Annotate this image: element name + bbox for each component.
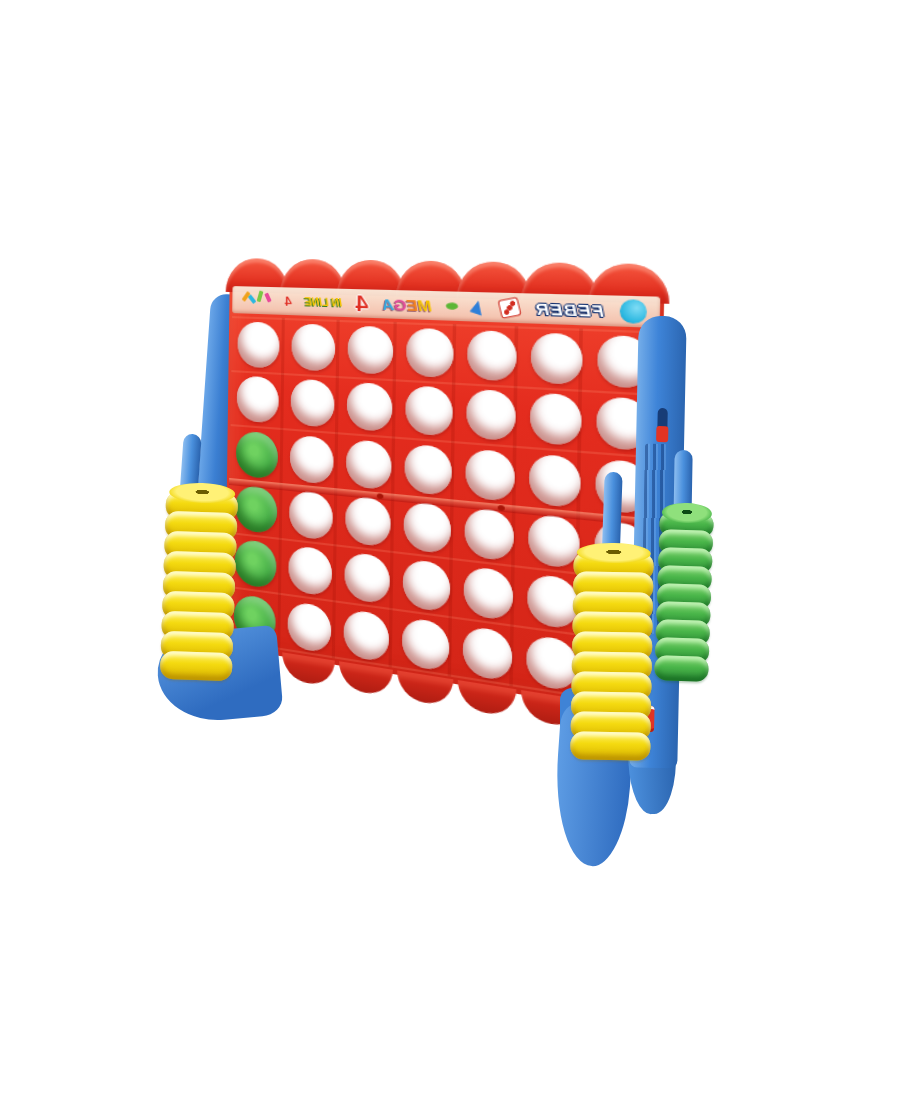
board-cell xyxy=(399,322,461,383)
board-cell xyxy=(459,383,523,447)
empty-hole xyxy=(287,377,339,429)
empty-hole xyxy=(460,507,519,561)
board-cell xyxy=(282,540,339,603)
empty-hole xyxy=(400,442,456,496)
empty-hole xyxy=(284,602,336,652)
board-cell xyxy=(458,442,522,507)
empty-hole xyxy=(342,438,396,491)
board-cell xyxy=(456,619,520,688)
empty-hole xyxy=(344,323,398,377)
empty-hole xyxy=(462,387,521,443)
empty-hole xyxy=(286,433,338,485)
board-cell xyxy=(284,429,341,490)
confetti-triangle-icon xyxy=(470,299,487,315)
release-slider-icon xyxy=(656,426,668,442)
board-cell xyxy=(231,370,285,428)
confetti-leaf-icon xyxy=(445,301,459,312)
empty-hole xyxy=(401,384,457,439)
board-cell xyxy=(522,387,589,452)
brand-text: FEBER xyxy=(535,299,604,320)
board-cell xyxy=(338,546,397,610)
board-cell xyxy=(231,316,285,373)
empty-hole xyxy=(463,327,522,383)
empty-hole xyxy=(399,560,455,612)
board-cell xyxy=(523,327,590,391)
disc-in-cell xyxy=(232,429,282,480)
empty-hole xyxy=(461,447,520,502)
board-cell xyxy=(456,560,520,627)
right-yellow-disc-stack xyxy=(570,551,654,760)
empty-hole xyxy=(524,452,585,508)
empty-hole xyxy=(458,627,517,680)
empty-hole xyxy=(234,319,284,371)
board-cell xyxy=(398,380,460,442)
empty-hole xyxy=(340,553,394,604)
board-cell xyxy=(230,425,284,484)
confetti-icon xyxy=(242,290,272,311)
game-disc xyxy=(654,655,709,682)
game-disc xyxy=(570,731,650,760)
empty-hole xyxy=(233,374,283,425)
board-cell xyxy=(340,377,399,438)
board-cell xyxy=(522,447,589,514)
empty-hole xyxy=(399,501,455,554)
board-cell xyxy=(228,533,282,595)
right-green-disc-stack xyxy=(654,511,714,682)
empty-hole xyxy=(459,567,518,620)
empty-hole xyxy=(340,610,394,661)
banner-number: 4 xyxy=(355,292,368,315)
game-disc xyxy=(160,651,233,681)
board-cell xyxy=(460,324,524,387)
empty-hole xyxy=(341,495,395,547)
board-cell xyxy=(337,602,396,668)
banner-subtitle: IN LINE xyxy=(305,296,342,308)
giant-connect-four-photo: FEBER MEGA 4 IN LINE 4 xyxy=(0,0,900,1120)
empty-hole xyxy=(526,330,587,388)
empty-hole xyxy=(285,490,337,541)
board-cell xyxy=(396,553,457,619)
board-cell xyxy=(395,610,456,677)
board-cell xyxy=(339,433,398,495)
empty-hole xyxy=(343,380,397,434)
empty-hole xyxy=(402,325,458,380)
board-cell xyxy=(398,438,460,502)
board-cell xyxy=(285,318,342,377)
empty-hole xyxy=(284,546,336,596)
banner-trailing-number: 4 xyxy=(285,293,293,309)
empty-hole xyxy=(398,618,454,670)
banner-title-letter: G xyxy=(394,295,407,313)
banner-title-letter: M xyxy=(418,295,432,314)
dice-icon xyxy=(498,297,522,319)
empty-hole xyxy=(288,321,340,374)
banner-title: MEGA xyxy=(382,295,432,316)
disc-in-cell xyxy=(231,484,281,534)
banner-title-letter: E xyxy=(407,295,418,313)
sticker-dot-icon xyxy=(620,299,647,324)
board-cell xyxy=(281,595,338,659)
board-cell xyxy=(284,373,341,433)
board-cell xyxy=(341,320,400,380)
disc-in-cell xyxy=(231,539,281,588)
left-yellow-disc-stack xyxy=(160,491,239,681)
empty-hole xyxy=(525,391,586,448)
banner-title-letter: A xyxy=(382,295,394,313)
